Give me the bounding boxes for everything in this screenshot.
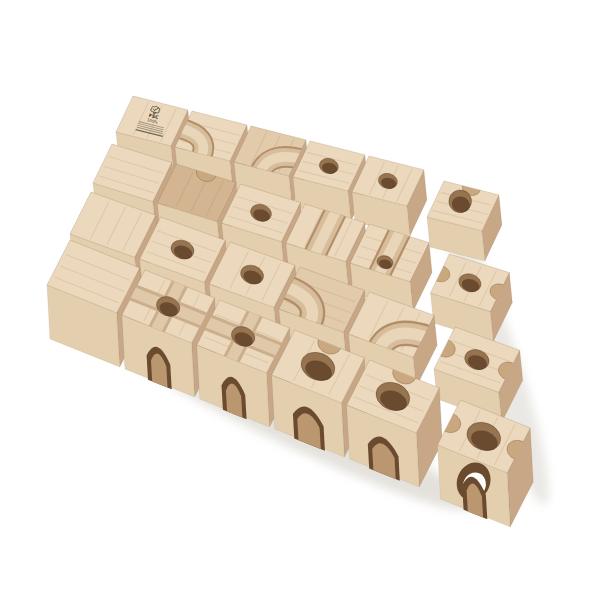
product-photo: FSC100%	[0, 0, 600, 600]
block-r2c6-edge-notch-hole	[428, 254, 512, 342]
wooden-blocks-photo: FSC100%	[0, 0, 600, 600]
block-r1c6-edge-notch-hole	[427, 179, 502, 261]
